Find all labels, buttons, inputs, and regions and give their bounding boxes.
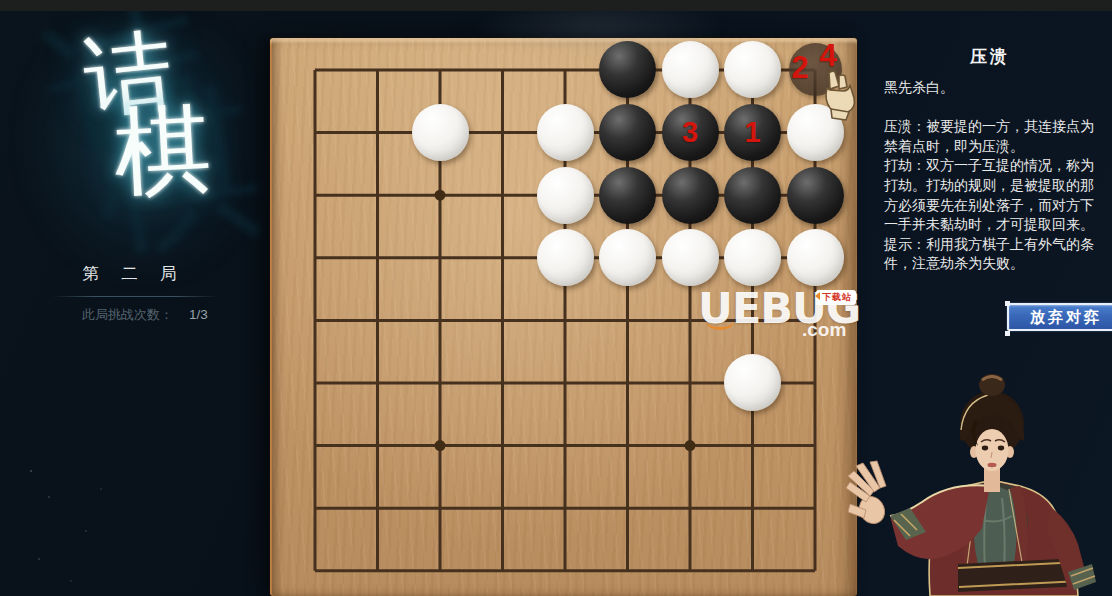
board-point[interactable]: 1 bbox=[721, 101, 784, 164]
board-point[interactable] bbox=[346, 101, 409, 164]
board-point[interactable] bbox=[409, 164, 472, 227]
board-point[interactable] bbox=[409, 289, 472, 352]
board-point[interactable] bbox=[409, 101, 472, 164]
board-point[interactable] bbox=[284, 414, 347, 477]
stone-white bbox=[662, 229, 719, 286]
stone-white bbox=[662, 41, 719, 98]
stone-white bbox=[724, 354, 781, 411]
title-calligraphy-char-2: 棋 bbox=[112, 100, 214, 202]
board-point[interactable] bbox=[471, 289, 534, 352]
board-point[interactable] bbox=[346, 539, 409, 596]
board-point[interactable] bbox=[346, 477, 409, 540]
board-point[interactable] bbox=[659, 226, 722, 289]
board-point[interactable] bbox=[409, 352, 472, 415]
panel-text-line: 件，注意劫杀为失败。 bbox=[884, 254, 1106, 274]
board-point[interactable] bbox=[471, 477, 534, 540]
stone-black: 1 bbox=[724, 104, 781, 161]
board-point[interactable] bbox=[659, 164, 722, 227]
panel-text-line: 禁着点时，即为压溃。 bbox=[884, 137, 1106, 157]
board-point[interactable] bbox=[596, 477, 659, 540]
move-number: 3 bbox=[662, 104, 719, 161]
board-point[interactable] bbox=[471, 352, 534, 415]
stone-white bbox=[537, 229, 594, 286]
board-point[interactable] bbox=[284, 352, 347, 415]
sidebar: 诘 棋 诘 棋 第 二 局 此局挑战次数： 1/3 bbox=[0, 0, 268, 596]
stone-white bbox=[787, 229, 844, 286]
board-point[interactable] bbox=[659, 414, 722, 477]
stone-black bbox=[599, 41, 656, 98]
board-point[interactable] bbox=[721, 39, 784, 102]
board-point[interactable] bbox=[284, 539, 347, 596]
board-point[interactable] bbox=[596, 414, 659, 477]
stone-white bbox=[537, 167, 594, 224]
stone-black bbox=[662, 167, 719, 224]
stone-white bbox=[599, 229, 656, 286]
tutor-character-illustration bbox=[840, 368, 1112, 596]
panel-text-line: 压溃：被要提的一方，其连接点为 bbox=[884, 117, 1106, 137]
board-point[interactable] bbox=[346, 414, 409, 477]
board-point[interactable] bbox=[721, 352, 784, 415]
panel-text-line: 方必须要先在别处落子，而对方下 bbox=[884, 196, 1106, 216]
stone-black bbox=[599, 167, 656, 224]
ko-move-number: 4 bbox=[820, 40, 837, 71]
resign-button[interactable]: 放弃对弈 bbox=[1007, 303, 1112, 331]
panel-text-line: 一手并未黏劫时，才可提取回来。 bbox=[884, 215, 1106, 235]
board-point[interactable] bbox=[659, 477, 722, 540]
stone-black: 3 bbox=[662, 104, 719, 161]
stone-white bbox=[412, 104, 469, 161]
board-point[interactable] bbox=[784, 539, 847, 596]
board-point[interactable] bbox=[471, 539, 534, 596]
board-point[interactable] bbox=[659, 289, 722, 352]
attempts-label: 此局挑战次数： bbox=[82, 306, 173, 324]
board-point[interactable] bbox=[721, 289, 784, 352]
board-point[interactable] bbox=[409, 539, 472, 596]
board-point[interactable] bbox=[534, 477, 597, 540]
ko-move-number: 2 bbox=[792, 52, 809, 83]
board-point[interactable] bbox=[346, 164, 409, 227]
board-point[interactable] bbox=[721, 477, 784, 540]
panel-text-line bbox=[884, 98, 1106, 118]
board-point[interactable] bbox=[284, 39, 347, 102]
board-point[interactable] bbox=[346, 352, 409, 415]
board-point[interactable] bbox=[346, 39, 409, 102]
board-point[interactable] bbox=[596, 164, 659, 227]
panel-text-line: 黑先杀白。 bbox=[884, 78, 1106, 98]
attempts-row: 此局挑战次数： 1/3 bbox=[82, 306, 208, 324]
puzzle-title: 压溃 bbox=[868, 45, 1112, 68]
board-point[interactable] bbox=[596, 539, 659, 596]
stone-black bbox=[599, 104, 656, 161]
board-point[interactable] bbox=[346, 226, 409, 289]
board-point[interactable] bbox=[346, 289, 409, 352]
board-point[interactable] bbox=[409, 39, 472, 102]
board-point[interactable] bbox=[721, 414, 784, 477]
board-intersections: 2431 bbox=[284, 39, 847, 596]
dust-particles bbox=[30, 470, 32, 472]
board-point[interactable] bbox=[471, 164, 534, 227]
board-point[interactable] bbox=[659, 39, 722, 102]
board-point[interactable] bbox=[284, 289, 347, 352]
tap-hand-cursor-icon bbox=[816, 70, 862, 126]
divider bbox=[52, 296, 218, 297]
stone-white bbox=[724, 229, 781, 286]
board-point[interactable] bbox=[784, 477, 847, 540]
board-point[interactable] bbox=[721, 164, 784, 227]
board-point[interactable] bbox=[284, 164, 347, 227]
board-point[interactable] bbox=[471, 414, 534, 477]
panel-text-line: 打劫：双方一子互提的情况，称为 bbox=[884, 156, 1106, 176]
board-point[interactable] bbox=[534, 414, 597, 477]
board-point[interactable] bbox=[784, 289, 847, 352]
board-point[interactable] bbox=[721, 226, 784, 289]
board-point[interactable] bbox=[534, 352, 597, 415]
board-point[interactable] bbox=[596, 39, 659, 102]
board-point[interactable]: 3 bbox=[659, 101, 722, 164]
board-point[interactable] bbox=[596, 289, 659, 352]
stone-black bbox=[787, 167, 844, 224]
board-point[interactable] bbox=[721, 539, 784, 596]
top-strip bbox=[0, 0, 1112, 11]
board-point[interactable] bbox=[534, 226, 597, 289]
board-point[interactable] bbox=[534, 539, 597, 596]
board-point[interactable] bbox=[471, 39, 534, 102]
board-point[interactable] bbox=[784, 164, 847, 227]
board-point[interactable] bbox=[534, 39, 597, 102]
board-point[interactable] bbox=[409, 414, 472, 477]
board-point[interactable] bbox=[284, 226, 347, 289]
board-point[interactable] bbox=[596, 352, 659, 415]
board-point[interactable] bbox=[784, 226, 847, 289]
board-point[interactable] bbox=[471, 226, 534, 289]
board-point[interactable] bbox=[784, 352, 847, 415]
go-board[interactable]: 2431 bbox=[270, 38, 857, 596]
board-point[interactable] bbox=[659, 539, 722, 596]
board-point[interactable] bbox=[471, 101, 534, 164]
puzzle-description: 黑先杀白。 压溃：被要提的一方，其连接点为禁着点时，即为压溃。打劫：双方一子互提… bbox=[884, 78, 1106, 274]
board-point[interactable] bbox=[284, 477, 347, 540]
attempts-value: 1/3 bbox=[189, 307, 208, 322]
board-point[interactable] bbox=[409, 477, 472, 540]
board-point[interactable] bbox=[596, 101, 659, 164]
panel-text-line: 打劫。打劫的规则，是被提取的那 bbox=[884, 176, 1106, 196]
board-point[interactable] bbox=[409, 226, 472, 289]
board-point[interactable] bbox=[659, 352, 722, 415]
stone-white bbox=[724, 41, 781, 98]
stone-white bbox=[537, 104, 594, 161]
round-label: 第 二 局 bbox=[0, 263, 268, 285]
game-screen: 诘 棋 诘 棋 第 二 局 此局挑战次数： 1/3 2431 UEBUG bbox=[0, 0, 1112, 596]
panel-text-line: 提示：利用我方棋子上有外气的条 bbox=[884, 235, 1106, 255]
board-point[interactable] bbox=[596, 226, 659, 289]
board-point[interactable] bbox=[534, 164, 597, 227]
stone-black bbox=[724, 167, 781, 224]
board-point[interactable] bbox=[784, 414, 847, 477]
board-point[interactable] bbox=[284, 101, 347, 164]
board-point[interactable] bbox=[534, 101, 597, 164]
board-point[interactable] bbox=[534, 289, 597, 352]
move-number: 1 bbox=[724, 104, 781, 161]
